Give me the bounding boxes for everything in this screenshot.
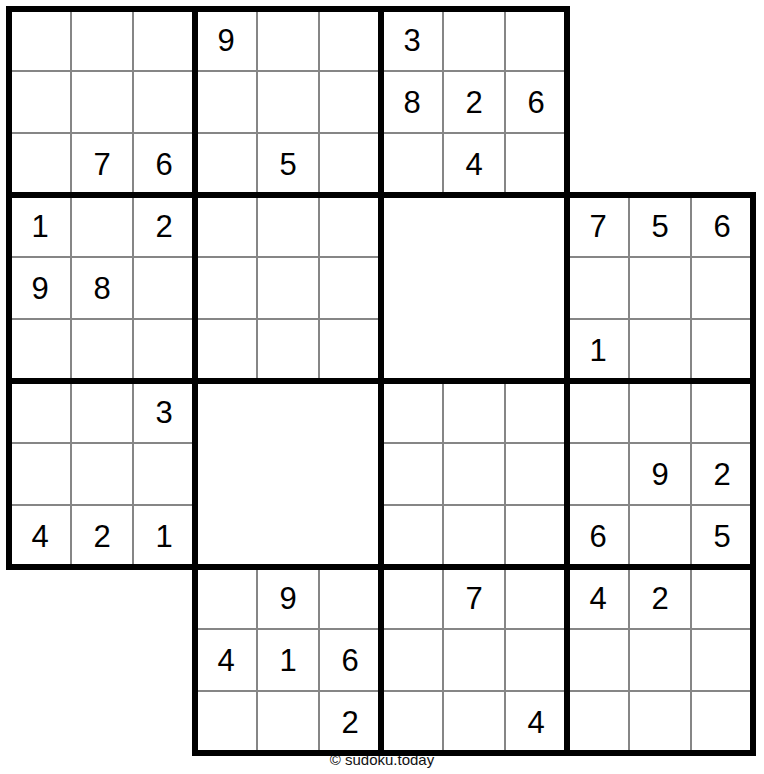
cell-r10c5-given: 9	[257, 567, 319, 629]
box-border	[564, 6, 570, 198]
cell-r8c2-empty[interactable]	[71, 443, 133, 505]
cell-r1c3-empty[interactable]	[133, 9, 195, 71]
cell-r4c11-given: 5	[629, 195, 691, 257]
cell-r5c2-given: 8	[71, 257, 133, 319]
cell-r8c8-empty[interactable]	[443, 443, 505, 505]
cell-r10c10-given: 4	[567, 567, 629, 629]
cell-r12c2-outside	[71, 691, 133, 753]
box-border	[6, 378, 198, 384]
cell-r1c10-outside	[567, 9, 629, 71]
cell-r11c2-outside	[71, 629, 133, 691]
cell-r6c2-empty[interactable]	[71, 319, 133, 381]
cell-r4c3-given: 2	[133, 195, 195, 257]
cell-r1c7-given: 3	[381, 9, 443, 71]
cell-r11c1-outside	[9, 629, 71, 691]
cell-r12c4-empty[interactable]	[195, 691, 257, 753]
box-border	[192, 6, 198, 198]
cell-r4c9-void	[505, 195, 567, 257]
cell-r3c10-outside	[567, 133, 629, 195]
cell-r2c5-empty[interactable]	[257, 71, 319, 133]
cell-r10c3-outside	[133, 567, 195, 629]
cell-r7c2-empty[interactable]	[71, 381, 133, 443]
cell-r5c11-empty[interactable]	[629, 257, 691, 319]
box-border	[378, 192, 570, 198]
box-border	[192, 750, 384, 756]
box-border	[750, 564, 756, 756]
cell-r3c5-given: 5	[257, 133, 319, 195]
cell-r5c8-void	[443, 257, 505, 319]
cell-r6c11-empty[interactable]	[629, 319, 691, 381]
cell-r3c12-outside	[691, 133, 753, 195]
cell-r12c3-outside	[133, 691, 195, 753]
cell-r3c7-empty[interactable]	[381, 133, 443, 195]
cell-r7c8-empty[interactable]	[443, 381, 505, 443]
cell-r5c3-empty[interactable]	[133, 257, 195, 319]
cell-r8c6-void	[319, 443, 381, 505]
cell-r8c3-empty[interactable]	[133, 443, 195, 505]
cell-r6c6-empty[interactable]	[319, 319, 381, 381]
cell-r4c7-void	[381, 195, 443, 257]
box-border	[378, 750, 570, 756]
cell-r4c1-given: 1	[9, 195, 71, 257]
cell-r12c11-empty[interactable]	[629, 691, 691, 753]
cell-r9c8-empty[interactable]	[443, 505, 505, 567]
cell-r2c12-outside	[691, 71, 753, 133]
box-border	[378, 6, 570, 12]
cell-r7c4-void	[195, 381, 257, 443]
cell-r11c11-empty[interactable]	[629, 629, 691, 691]
cell-r10c12-empty[interactable]	[691, 567, 753, 629]
cell-r10c1-outside	[9, 567, 71, 629]
cell-r1c4-given: 9	[195, 9, 257, 71]
cell-r6c8-void	[443, 319, 505, 381]
cell-r11c7-empty[interactable]	[381, 629, 443, 691]
cell-r6c7-void	[381, 319, 443, 381]
cell-r8c4-void	[195, 443, 257, 505]
box-border	[564, 564, 570, 756]
cell-r2c8-given: 2	[443, 71, 505, 133]
cell-r6c4-empty[interactable]	[195, 319, 257, 381]
box-border	[378, 564, 570, 570]
box-border	[564, 378, 570, 570]
cell-r9c2-given: 2	[71, 505, 133, 567]
cell-r12c5-empty[interactable]	[257, 691, 319, 753]
cell-r3c11-outside	[629, 133, 691, 195]
box-border	[378, 564, 384, 756]
cell-r2c4-empty[interactable]	[195, 71, 257, 133]
cell-r5c4-empty[interactable]	[195, 257, 257, 319]
cell-r7c1-empty[interactable]	[9, 381, 71, 443]
cell-r11c6-given: 6	[319, 629, 381, 691]
box-border	[378, 6, 384, 198]
cell-r3c2-given: 7	[71, 133, 133, 195]
box-border	[564, 378, 756, 384]
box-border	[564, 750, 756, 756]
cell-r9c12-given: 5	[691, 505, 753, 567]
cell-r8c11-given: 9	[629, 443, 691, 505]
cell-r6c12-empty[interactable]	[691, 319, 753, 381]
cell-r2c1-empty[interactable]	[9, 71, 71, 133]
cell-r12c7-empty[interactable]	[381, 691, 443, 753]
puzzle-canvas: 9382676541275698139242165974241624 © sud…	[0, 0, 764, 774]
box-border	[6, 192, 198, 198]
box-border	[6, 6, 198, 12]
box-border	[6, 378, 12, 570]
cell-r10c11-given: 2	[629, 567, 691, 629]
cell-r5c9-void	[505, 257, 567, 319]
cell-r12c9-given: 4	[505, 691, 567, 753]
cell-r8c7-empty[interactable]	[381, 443, 443, 505]
cell-r1c1-empty[interactable]	[9, 9, 71, 71]
box-border	[192, 192, 198, 384]
cell-r9c10-given: 6	[567, 505, 629, 567]
box-border	[564, 564, 756, 570]
cell-r1c9-empty[interactable]	[505, 9, 567, 71]
cell-r5c1-given: 9	[9, 257, 71, 319]
cell-r9c5-void	[257, 505, 319, 567]
cell-r12c6-given: 2	[319, 691, 381, 753]
box-border	[6, 564, 198, 570]
box-border	[192, 192, 384, 198]
cell-r11c8-empty[interactable]	[443, 629, 505, 691]
cell-r8c1-empty[interactable]	[9, 443, 71, 505]
cell-r6c1-empty[interactable]	[9, 319, 71, 381]
cell-r7c12-empty[interactable]	[691, 381, 753, 443]
cell-r1c5-empty[interactable]	[257, 9, 319, 71]
cell-r10c8-given: 7	[443, 567, 505, 629]
cell-r7c6-void	[319, 381, 381, 443]
box-border	[6, 192, 12, 384]
cell-r3c4-empty[interactable]	[195, 133, 257, 195]
cell-r11c9-empty[interactable]	[505, 629, 567, 691]
cell-r4c6-empty[interactable]	[319, 195, 381, 257]
sudoku-board: 9382676541275698139242165974241624	[9, 9, 753, 753]
cell-r4c10-given: 7	[567, 195, 629, 257]
cell-r2c10-outside	[567, 71, 629, 133]
cell-r6c5-empty[interactable]	[257, 319, 319, 381]
cell-r7c3-given: 3	[133, 381, 195, 443]
cell-r3c6-empty[interactable]	[319, 133, 381, 195]
cell-r4c8-void	[443, 195, 505, 257]
box-border	[192, 378, 384, 384]
cell-r11c5-given: 1	[257, 629, 319, 691]
cell-r3c1-empty[interactable]	[9, 133, 71, 195]
cell-r9c6-void	[319, 505, 381, 567]
cell-r9c1-given: 4	[9, 505, 71, 567]
cell-r3c8-given: 4	[443, 133, 505, 195]
cell-r11c12-empty[interactable]	[691, 629, 753, 691]
cell-r1c2-empty[interactable]	[71, 9, 133, 71]
cell-r4c2-empty[interactable]	[71, 195, 133, 257]
box-border	[378, 378, 570, 384]
cell-r6c9-void	[505, 319, 567, 381]
cell-r9c7-empty[interactable]	[381, 505, 443, 567]
cell-r2c2-empty[interactable]	[71, 71, 133, 133]
cell-r10c9-empty[interactable]	[505, 567, 567, 629]
cell-r10c6-empty[interactable]	[319, 567, 381, 629]
cell-r7c7-empty[interactable]	[381, 381, 443, 443]
box-border	[378, 378, 384, 570]
cell-r1c8-empty[interactable]	[443, 9, 505, 71]
cell-r3c3-given: 6	[133, 133, 195, 195]
cell-r9c11-empty[interactable]	[629, 505, 691, 567]
cell-r1c12-outside	[691, 9, 753, 71]
cell-r4c12-given: 6	[691, 195, 753, 257]
box-border	[750, 192, 756, 384]
cell-r5c12-empty[interactable]	[691, 257, 753, 319]
cell-r4c4-empty[interactable]	[195, 195, 257, 257]
box-border	[564, 192, 756, 198]
cell-r1c11-outside	[629, 9, 691, 71]
cell-r9c4-void	[195, 505, 257, 567]
cell-r5c6-empty[interactable]	[319, 257, 381, 319]
cell-r3c9-empty[interactable]	[505, 133, 567, 195]
cell-r4c5-empty[interactable]	[257, 195, 319, 257]
cell-r2c11-outside	[629, 71, 691, 133]
cell-r6c3-empty[interactable]	[133, 319, 195, 381]
cell-r11c3-outside	[133, 629, 195, 691]
cell-r7c9-empty[interactable]	[505, 381, 567, 443]
cell-r8c10-empty[interactable]	[567, 443, 629, 505]
box-border	[6, 6, 12, 198]
box-border	[750, 378, 756, 570]
cell-r2c7-given: 8	[381, 71, 443, 133]
cell-r11c10-empty[interactable]	[567, 629, 629, 691]
box-border	[192, 378, 198, 570]
cell-r10c4-empty[interactable]	[195, 567, 257, 629]
box-border	[192, 564, 384, 570]
cell-r11c4-given: 4	[195, 629, 257, 691]
cell-r8c5-void	[257, 443, 319, 505]
cell-r10c2-outside	[71, 567, 133, 629]
cell-r8c12-given: 2	[691, 443, 753, 505]
cell-r7c10-empty[interactable]	[567, 381, 629, 443]
cell-r7c11-empty[interactable]	[629, 381, 691, 443]
box-border	[192, 6, 384, 12]
cell-r12c1-outside	[9, 691, 71, 753]
box-border	[192, 564, 198, 756]
cell-r5c10-empty[interactable]	[567, 257, 629, 319]
cell-r1c6-empty[interactable]	[319, 9, 381, 71]
cell-r12c10-empty[interactable]	[567, 691, 629, 753]
cell-r5c5-empty[interactable]	[257, 257, 319, 319]
box-border	[564, 192, 570, 384]
cell-r12c8-empty[interactable]	[443, 691, 505, 753]
cell-r7c5-void	[257, 381, 319, 443]
cell-r2c6-empty[interactable]	[319, 71, 381, 133]
cell-r5c7-void	[381, 257, 443, 319]
cell-r2c9-given: 6	[505, 71, 567, 133]
cell-r9c3-given: 1	[133, 505, 195, 567]
cell-r10c7-empty[interactable]	[381, 567, 443, 629]
cell-r6c10-given: 1	[567, 319, 629, 381]
cell-r8c9-empty[interactable]	[505, 443, 567, 505]
cell-r2c3-empty[interactable]	[133, 71, 195, 133]
box-border	[378, 192, 384, 384]
cell-r9c9-empty[interactable]	[505, 505, 567, 567]
cell-r12c12-empty[interactable]	[691, 691, 753, 753]
